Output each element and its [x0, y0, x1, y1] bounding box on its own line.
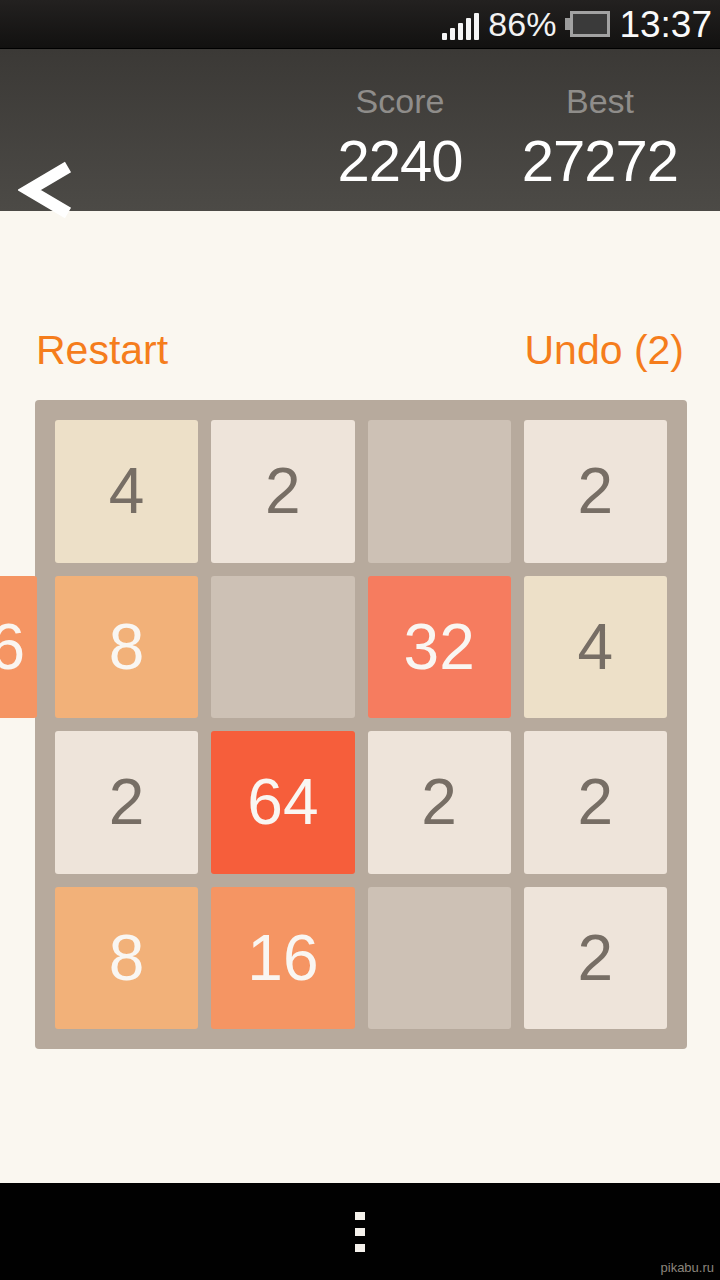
- tile-4: 4: [524, 576, 667, 719]
- watermark: pikabu.ru: [661, 1260, 714, 1275]
- tile-8: 8: [55, 576, 198, 719]
- best-block: Best 27272: [515, 49, 685, 194]
- best-label: Best: [515, 82, 685, 121]
- tile-64: 64: [211, 731, 354, 874]
- menu-dot-icon: [355, 1244, 365, 1252]
- restart-button[interactable]: Restart: [36, 327, 168, 374]
- phone-screen: 86% 13:37 Score 2240 Best 27272 Restart …: [0, 0, 720, 1280]
- navigation-bar: pikabu.ru: [0, 1183, 720, 1280]
- tile-4: 4: [55, 420, 198, 563]
- tile-2: 2: [55, 731, 198, 874]
- score-value: 2240: [315, 127, 485, 194]
- app-header: Score 2240 Best 27272: [0, 49, 720, 211]
- score-label: Score: [315, 82, 485, 121]
- tile-32: 32: [368, 576, 511, 719]
- menu-dot-icon: [355, 1228, 365, 1236]
- score-block: Score 2240: [315, 49, 485, 194]
- back-button[interactable]: [18, 161, 76, 221]
- status-bar: 86% 13:37: [0, 0, 720, 49]
- best-value: 27272: [515, 127, 685, 194]
- sliding-tile: 16: [0, 576, 37, 718]
- signal-strength-icon: [442, 12, 479, 40]
- tile-2: 2: [524, 420, 667, 563]
- empty-cell: [211, 576, 354, 719]
- tile-2: 2: [524, 731, 667, 874]
- tile-2: 2: [211, 420, 354, 563]
- menu-dot-icon: [355, 1212, 365, 1220]
- tile-2: 2: [524, 887, 667, 1030]
- empty-cell: [368, 887, 511, 1030]
- battery-percent: 86%: [488, 0, 556, 49]
- tile-16: 16: [211, 887, 354, 1030]
- battery-icon: [565, 11, 610, 37]
- board-grid[interactable]: 4228324264228162: [35, 400, 687, 1049]
- menu-button[interactable]: [343, 1201, 377, 1263]
- undo-button[interactable]: Undo (2): [524, 327, 684, 374]
- clock: 13:37: [619, 0, 712, 49]
- tile-2: 2: [368, 731, 511, 874]
- empty-cell: [368, 420, 511, 563]
- tile-8: 8: [55, 887, 198, 1030]
